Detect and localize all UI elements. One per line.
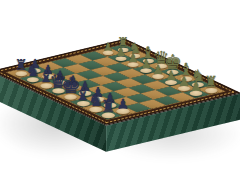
product-photo: ♜♟♞♟♝♟♛♟♟♚♜♟♟♝♞♟♟♞♝♟♟♜♛♟♟♚♟♝♟♞♟♜ [0, 0, 240, 180]
